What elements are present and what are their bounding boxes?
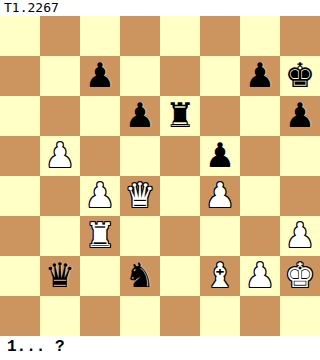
square-g5[interactable] xyxy=(240,136,280,176)
square-g6[interactable] xyxy=(240,96,280,136)
square-d3[interactable] xyxy=(120,216,160,256)
square-g7[interactable]: ♟ xyxy=(240,56,280,96)
square-e1[interactable] xyxy=(160,296,200,336)
white-pawn: ♟ xyxy=(45,135,75,175)
square-d4[interactable]: ♛ xyxy=(120,176,160,216)
square-b6[interactable] xyxy=(40,96,80,136)
square-d6[interactable]: ♟ xyxy=(120,96,160,136)
white-pawn: ♟ xyxy=(285,215,315,255)
square-b3[interactable] xyxy=(40,216,80,256)
square-f2[interactable]: ♝ xyxy=(200,256,240,296)
square-b7[interactable] xyxy=(40,56,80,96)
square-e8[interactable] xyxy=(160,16,200,56)
square-g3[interactable] xyxy=(240,216,280,256)
square-e5[interactable] xyxy=(160,136,200,176)
square-a4[interactable] xyxy=(0,176,40,216)
black-pawn: ♟ xyxy=(125,95,155,135)
square-f7[interactable] xyxy=(200,56,240,96)
white-bishop: ♝ xyxy=(205,255,235,295)
square-b1[interactable] xyxy=(40,296,80,336)
square-a1[interactable] xyxy=(0,296,40,336)
square-a6[interactable] xyxy=(0,96,40,136)
white-pawn: ♟ xyxy=(245,255,275,295)
white-pawn: ♟ xyxy=(85,175,115,215)
black-king: ♚ xyxy=(285,55,315,95)
square-d1[interactable] xyxy=(120,296,160,336)
chess-board: ♟♟♚♟♜♟♟♟♟♛♟♜♟♛♞♝♟♚ xyxy=(0,16,320,336)
white-king: ♚ xyxy=(285,255,315,295)
puzzle-id-title: T1.2267 xyxy=(0,0,320,16)
square-f3[interactable] xyxy=(200,216,240,256)
square-c5[interactable] xyxy=(80,136,120,176)
black-rook: ♜ xyxy=(165,95,195,135)
square-g4[interactable] xyxy=(240,176,280,216)
black-queen: ♛ xyxy=(45,255,75,295)
square-a8[interactable] xyxy=(0,16,40,56)
square-e4[interactable] xyxy=(160,176,200,216)
square-a5[interactable] xyxy=(0,136,40,176)
square-g1[interactable] xyxy=(240,296,280,336)
square-d8[interactable] xyxy=(120,16,160,56)
square-e2[interactable] xyxy=(160,256,200,296)
square-h5[interactable] xyxy=(280,136,320,176)
square-d7[interactable] xyxy=(120,56,160,96)
square-f8[interactable] xyxy=(200,16,240,56)
white-pawn: ♟ xyxy=(205,175,235,215)
square-c7[interactable]: ♟ xyxy=(80,56,120,96)
square-a2[interactable] xyxy=(0,256,40,296)
square-h3[interactable]: ♟ xyxy=(280,216,320,256)
move-prompt: 1... ? xyxy=(0,336,320,360)
square-f5[interactable]: ♟ xyxy=(200,136,240,176)
square-e7[interactable] xyxy=(160,56,200,96)
square-g2[interactable]: ♟ xyxy=(240,256,280,296)
black-pawn: ♟ xyxy=(205,135,235,175)
square-b8[interactable] xyxy=(40,16,80,56)
square-h2[interactable]: ♚ xyxy=(280,256,320,296)
chess-puzzle-window: T1.2267 ♟♟♚♟♜♟♟♟♟♛♟♜♟♛♞♝♟♚ 1... ? xyxy=(0,0,320,360)
square-f6[interactable] xyxy=(200,96,240,136)
square-h8[interactable] xyxy=(280,16,320,56)
square-a3[interactable] xyxy=(0,216,40,256)
square-c6[interactable] xyxy=(80,96,120,136)
square-h4[interactable] xyxy=(280,176,320,216)
square-c3[interactable]: ♜ xyxy=(80,216,120,256)
square-e6[interactable]: ♜ xyxy=(160,96,200,136)
square-c1[interactable] xyxy=(80,296,120,336)
black-pawn: ♟ xyxy=(285,95,315,135)
square-e3[interactable] xyxy=(160,216,200,256)
square-f4[interactable]: ♟ xyxy=(200,176,240,216)
square-h1[interactable] xyxy=(280,296,320,336)
square-g8[interactable] xyxy=(240,16,280,56)
white-queen: ♛ xyxy=(125,175,155,215)
square-c4[interactable]: ♟ xyxy=(80,176,120,216)
square-b5[interactable]: ♟ xyxy=(40,136,80,176)
square-a7[interactable] xyxy=(0,56,40,96)
square-h7[interactable]: ♚ xyxy=(280,56,320,96)
square-b4[interactable] xyxy=(40,176,80,216)
black-pawn: ♟ xyxy=(85,55,115,95)
white-rook: ♜ xyxy=(85,215,115,255)
black-pawn: ♟ xyxy=(245,55,275,95)
square-h6[interactable]: ♟ xyxy=(280,96,320,136)
square-d2[interactable]: ♞ xyxy=(120,256,160,296)
square-c2[interactable] xyxy=(80,256,120,296)
square-d5[interactable] xyxy=(120,136,160,176)
square-f1[interactable] xyxy=(200,296,240,336)
square-b2[interactable]: ♛ xyxy=(40,256,80,296)
black-knight: ♞ xyxy=(125,255,155,295)
square-c8[interactable] xyxy=(80,16,120,56)
